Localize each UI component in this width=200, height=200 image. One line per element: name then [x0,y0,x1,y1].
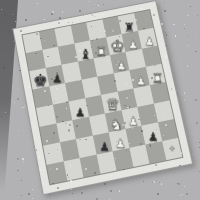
piece-white-rook[interactable]: ♜ [96,45,108,58]
piece-black-bishop[interactable]: ♝ [79,47,92,61]
board-corner-emblem: ❖ [168,145,176,153]
piece-black-rook[interactable]: ♜ [124,21,136,34]
piece-white-pawn[interactable]: ♟ [128,40,139,51]
board-square[interactable]: ♚ [106,34,126,55]
piece-white-pawn[interactable]: ♟ [115,139,126,151]
photo-scene: ♜♝♜♚♟♟♚♟♟♟♜♟♛♞♟♟♟♟❖ [0,0,200,200]
piece-white-pawn[interactable]: ♟ [136,76,147,88]
board-grid: ♜♝♜♚♟♟♚♟♟♟♜♟♛♞♟♟♟♟❖ [21,9,183,185]
board-square[interactable]: ♜ [145,64,165,85]
piece-white-king[interactable]: ♚ [110,38,125,54]
piece-black-pawn[interactable]: ♟ [99,142,110,154]
piece-black-pawn[interactable]: ♟ [52,74,62,86]
piece-white-pawn[interactable]: ♟ [128,117,139,129]
piece-white-pawn[interactable]: ♟ [144,37,155,48]
board-square[interactable]: ♟ [137,28,157,49]
piece-white-knight[interactable]: ♞ [110,117,123,132]
piece-white-queen[interactable]: ♛ [105,97,120,113]
board-square[interactable]: ❖ [162,138,183,160]
board-square[interactable]: ♚ [29,68,49,90]
piece-white-rook[interactable]: ♜ [151,72,163,85]
piece-black-pawn[interactable]: ♟ [75,108,86,120]
chess-board[interactable]: ♜♝♜♚♟♟♚♟♟♟♜♟♛♞♟♟♟♟❖ [12,0,193,195]
piece-black-pawn[interactable]: ♟ [148,132,159,144]
board-square[interactable]: ♛ [101,92,121,114]
piece-white-pawn[interactable]: ♟ [116,61,127,73]
piece-black-king[interactable]: ♚ [33,72,48,89]
